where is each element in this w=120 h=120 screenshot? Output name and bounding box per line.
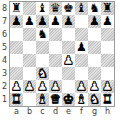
- square-g5[interactable]: [88, 41, 101, 54]
- rank-label-2: 2: [0, 80, 9, 93]
- square-f8[interactable]: ♝: [75, 2, 88, 15]
- piece-black-pawn: ♟: [63, 15, 74, 28]
- piece-white-pawn: ♟: [24, 80, 35, 93]
- piece-white-queen: ♛: [50, 93, 61, 106]
- square-d1[interactable]: ♛: [49, 93, 62, 106]
- piece-white-knight: ♞: [89, 93, 100, 106]
- square-b7[interactable]: ♟: [23, 15, 36, 28]
- square-d4[interactable]: [49, 54, 62, 67]
- chess-diagram: 87654321 ♜♝♛♚♝♞♜♟♟♟♟♟♟♟♞♟♟♞♟♟♟♟♟♟♟♜♝♛♚♝♞…: [0, 1, 115, 118]
- rank-label-5: 5: [0, 41, 9, 54]
- square-g1[interactable]: ♞: [88, 93, 101, 106]
- square-a7[interactable]: ♟: [10, 15, 23, 28]
- square-a4[interactable]: [10, 54, 23, 67]
- square-h7[interactable]: ♟: [101, 15, 114, 28]
- square-h5[interactable]: [101, 41, 114, 54]
- rank-label-6: 6: [0, 28, 9, 41]
- piece-white-rook: ♜: [102, 93, 113, 106]
- piece-white-rook: ♜: [11, 93, 22, 106]
- piece-white-pawn: ♟: [63, 54, 74, 67]
- file-label-h: h: [101, 107, 114, 118]
- file-label-e: e: [62, 107, 75, 118]
- rank-labels: 87654321: [0, 1, 9, 107]
- square-f4[interactable]: [75, 54, 88, 67]
- square-g6[interactable]: [88, 28, 101, 41]
- chess-board: ♜♝♛♚♝♞♜♟♟♟♟♟♟♟♞♟♟♞♟♟♟♟♟♟♟♜♝♛♚♝♞♜: [9, 1, 115, 107]
- rank-label-1: 1: [0, 93, 9, 106]
- piece-black-pawn: ♟: [76, 41, 87, 54]
- square-c1[interactable]: ♝: [36, 93, 49, 106]
- square-a6[interactable]: [10, 28, 23, 41]
- square-h6[interactable]: [101, 28, 114, 41]
- square-e3[interactable]: [62, 67, 75, 80]
- square-b4[interactable]: [23, 54, 36, 67]
- piece-black-pawn: ♟: [89, 15, 100, 28]
- square-b5[interactable]: [23, 41, 36, 54]
- square-e7[interactable]: ♟: [62, 15, 75, 28]
- square-g4[interactable]: [88, 54, 101, 67]
- rank-label-3: 3: [0, 67, 9, 80]
- piece-white-bishop: ♝: [76, 93, 87, 106]
- piece-black-pawn: ♟: [50, 15, 61, 28]
- square-f1[interactable]: ♝: [75, 93, 88, 106]
- rank-label-7: 7: [0, 15, 9, 28]
- square-f7[interactable]: [75, 15, 88, 28]
- square-h4[interactable]: [101, 54, 114, 67]
- square-c6[interactable]: ♞: [36, 28, 49, 41]
- file-label-a: a: [10, 107, 23, 118]
- square-a1[interactable]: ♜: [10, 93, 23, 106]
- piece-black-bishop: ♝: [76, 2, 87, 15]
- rank-label-4: 4: [0, 54, 9, 67]
- square-b1[interactable]: [23, 93, 36, 106]
- square-e4[interactable]: ♟: [62, 54, 75, 67]
- square-h1[interactable]: ♜: [101, 93, 114, 106]
- piece-white-bishop: ♝: [37, 93, 48, 106]
- square-e6[interactable]: [62, 28, 75, 41]
- square-d7[interactable]: ♟: [49, 15, 62, 28]
- square-b2[interactable]: ♟: [23, 80, 36, 93]
- file-label-b: b: [23, 107, 36, 118]
- square-d5[interactable]: [49, 41, 62, 54]
- file-label-d: d: [49, 107, 62, 118]
- square-a5[interactable]: [10, 41, 23, 54]
- piece-black-pawn: ♟: [102, 15, 113, 28]
- square-b6[interactable]: [23, 28, 36, 41]
- piece-black-pawn: ♟: [24, 15, 35, 28]
- piece-black-pawn: ♟: [11, 15, 22, 28]
- rank-label-8: 8: [0, 2, 9, 15]
- square-f5[interactable]: ♟: [75, 41, 88, 54]
- piece-black-knight: ♞: [37, 28, 48, 41]
- square-c5[interactable]: [36, 41, 49, 54]
- file-labels: abcdefgh: [9, 107, 115, 118]
- piece-white-king: ♚: [63, 93, 74, 106]
- file-label-g: g: [88, 107, 101, 118]
- square-e1[interactable]: ♚: [62, 93, 75, 106]
- file-label-c: c: [36, 107, 49, 118]
- square-d6[interactable]: [49, 28, 62, 41]
- square-g7[interactable]: ♟: [88, 15, 101, 28]
- file-label-f: f: [75, 107, 88, 118]
